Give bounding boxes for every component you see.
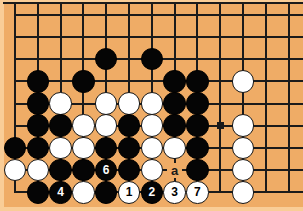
stone-white: [232, 114, 255, 137]
stone-grid: 641237a: [4, 4, 300, 204]
stone-white: [232, 159, 255, 182]
stone-white: [4, 159, 27, 182]
stone-white-move-7: 7: [186, 181, 209, 204]
stone-black: [27, 137, 50, 160]
stone-white-move-1: 1: [118, 181, 141, 204]
star-point-marker: [217, 122, 224, 129]
stone-black: [27, 114, 50, 137]
stone-black: [118, 114, 141, 137]
stone-white: [118, 92, 141, 115]
stone-black: [4, 137, 27, 160]
stone-black: [49, 114, 72, 137]
stone-white: [27, 159, 50, 182]
stone-black-move-4: 4: [49, 181, 72, 204]
stone-white: [232, 70, 255, 93]
stone-black: [186, 92, 209, 115]
stone-white: [49, 92, 72, 115]
stone-black: [27, 70, 50, 93]
stone-black: [163, 92, 186, 115]
stone-white: [141, 159, 164, 182]
stone-white-move-3: 3: [163, 181, 186, 204]
stone-black: [186, 114, 209, 137]
stone-white: [49, 137, 72, 160]
stone-white: [163, 137, 186, 160]
stone-black: [118, 159, 141, 182]
stone-black: [186, 159, 209, 182]
go-board-diagram: 641237a: [0, 0, 303, 211]
stone-black: [163, 70, 186, 93]
board-margin-bottom: [0, 207, 303, 211]
stone-white: [141, 137, 164, 160]
stone-black: [141, 48, 164, 71]
stone-white: [72, 181, 95, 204]
stone-black-move-2: 2: [141, 181, 164, 204]
stone-black: [72, 70, 95, 93]
stone-black: [72, 159, 95, 182]
stone-black: [163, 114, 186, 137]
stone-white: [72, 137, 95, 160]
stone-white: [141, 92, 164, 115]
stone-black: [118, 137, 141, 160]
stone-white: [95, 92, 118, 115]
stone-black: [49, 159, 72, 182]
stone-white: [232, 181, 255, 204]
stone-black: [186, 70, 209, 93]
stone-black: [95, 137, 118, 160]
stone-white: [141, 114, 164, 137]
stone-black: [95, 48, 118, 71]
point-label-a: a: [167, 163, 182, 178]
stone-white: [72, 114, 95, 137]
stone-white: [95, 114, 118, 137]
stone-white: [232, 137, 255, 160]
stone-black: [95, 181, 118, 204]
stone-black: [27, 181, 50, 204]
stone-black: [186, 137, 209, 160]
stone-black-move-6: 6: [95, 159, 118, 182]
stone-black: [27, 92, 50, 115]
